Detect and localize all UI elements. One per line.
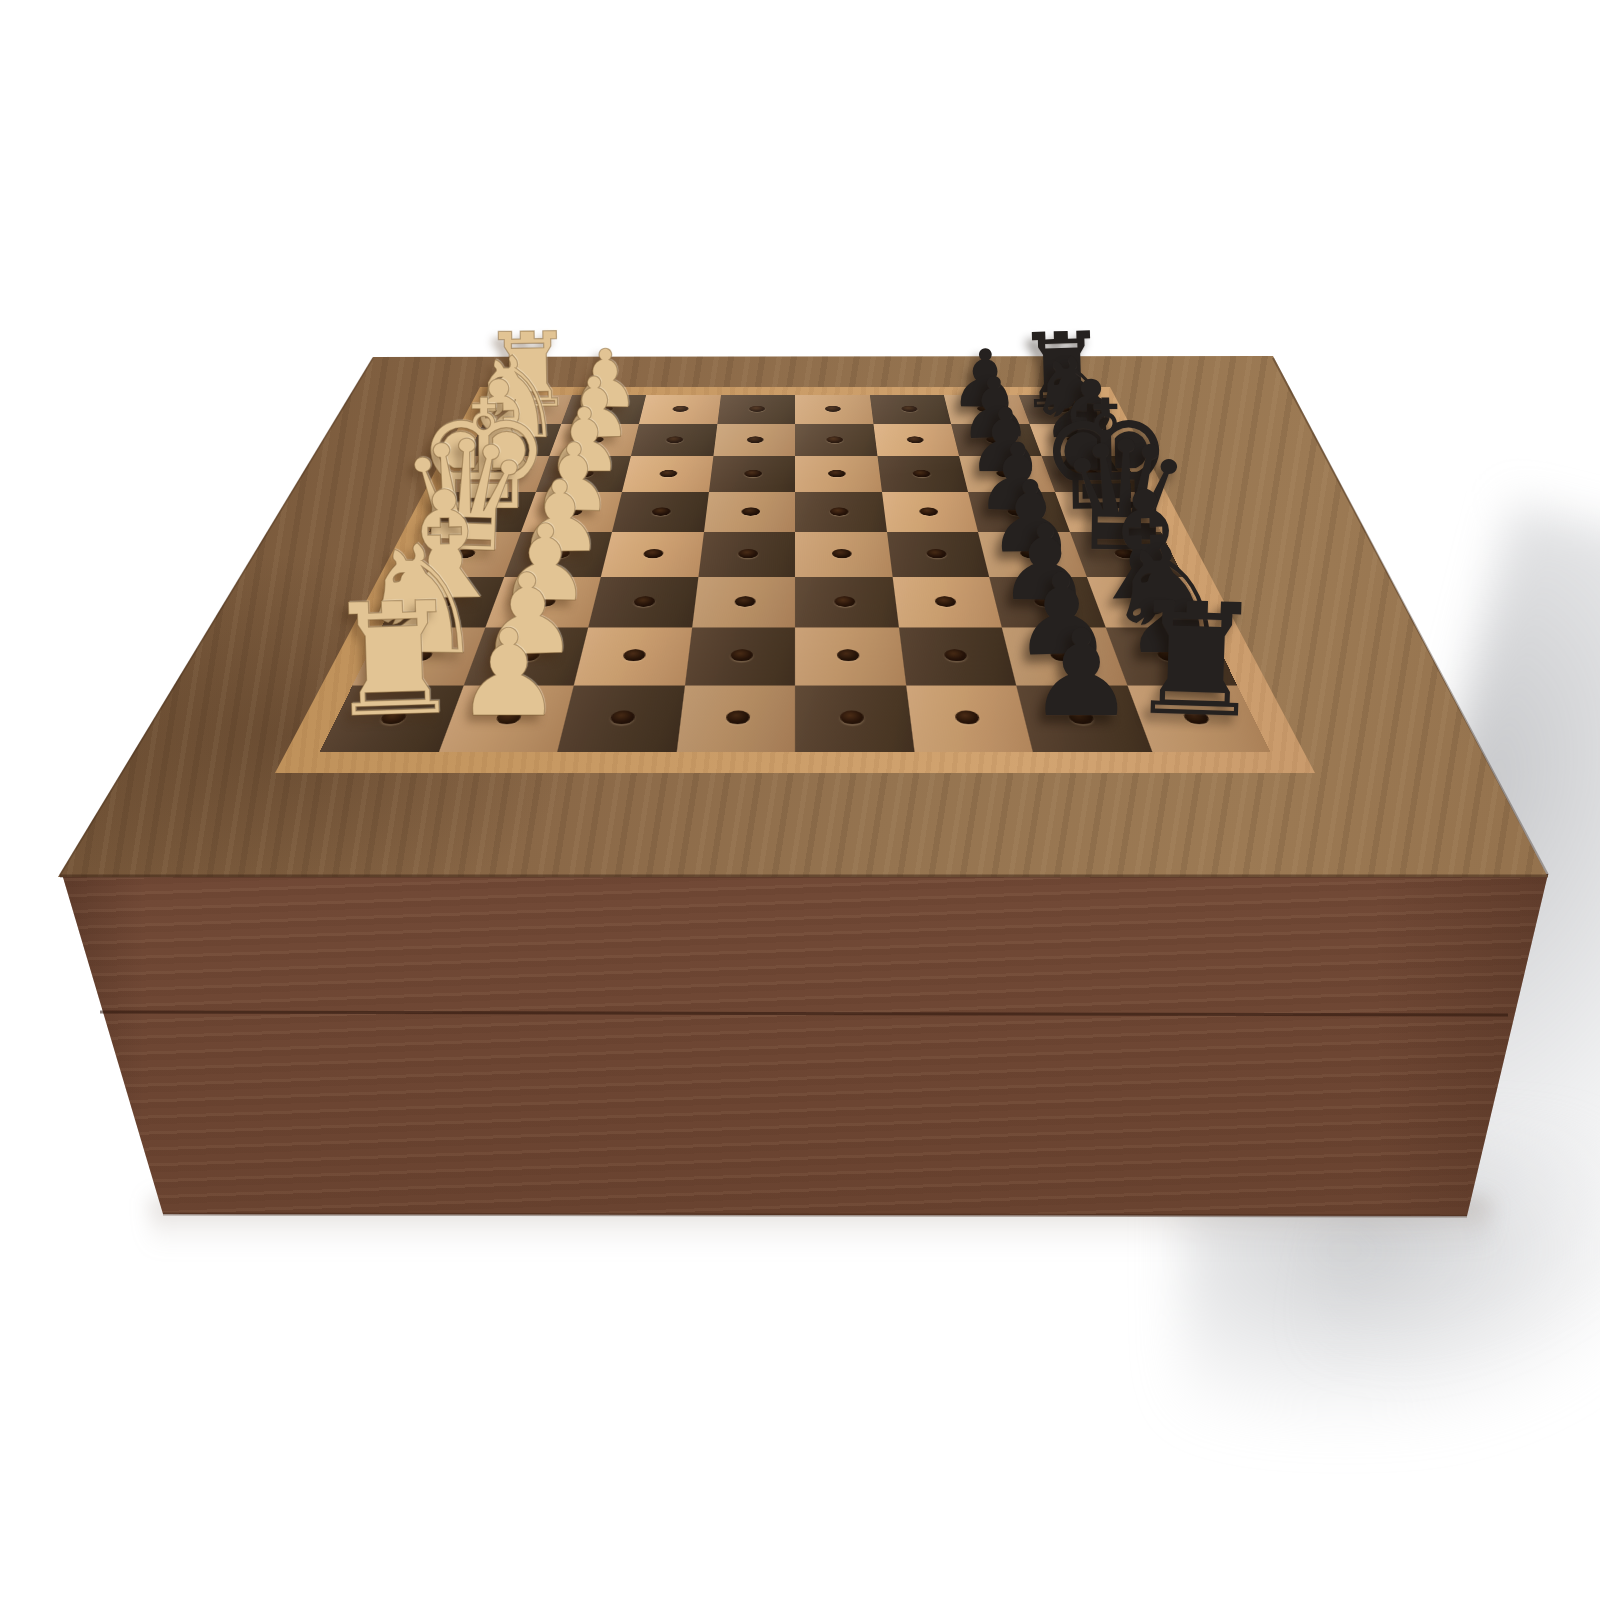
board-square — [684, 627, 795, 685]
board-square — [795, 424, 877, 456]
board-square — [561, 395, 646, 424]
board-square — [989, 577, 1105, 628]
board-square — [704, 492, 796, 532]
board-square — [549, 424, 639, 456]
board-square — [698, 532, 795, 577]
board-square — [795, 532, 892, 577]
board-square — [713, 424, 795, 456]
board-square — [574, 627, 692, 685]
board-square — [1018, 395, 1107, 424]
board-square — [463, 627, 588, 685]
board-square — [795, 685, 914, 751]
board-square — [877, 456, 968, 492]
board-square — [483, 395, 572, 424]
board-square — [906, 685, 1033, 751]
board-square — [622, 456, 713, 492]
board-square — [639, 395, 721, 424]
board-square — [795, 492, 887, 532]
board-square — [588, 577, 698, 628]
board-square — [485, 577, 601, 628]
board-square — [717, 395, 795, 424]
box-lid-top-face — [0, 0, 1600, 1600]
board-square — [1041, 456, 1141, 492]
board-square — [557, 685, 684, 751]
board-square — [887, 532, 990, 577]
board-square — [535, 456, 630, 492]
board-square — [676, 685, 795, 751]
board-square — [438, 685, 573, 751]
board-square — [869, 395, 951, 424]
board-square — [601, 532, 704, 577]
chess-box-photo: ♜♞♝♛♚♝♞♜♟♟♟♟♟♟♟♟♟♟♟♟♟♟♟♟♜♞♝♛♚♝♞♜ — [0, 0, 1600, 1600]
board-square — [873, 424, 959, 456]
board-square — [631, 424, 717, 456]
board-square — [959, 456, 1054, 492]
board-square — [708, 456, 795, 492]
board-square — [795, 456, 882, 492]
board-square — [449, 456, 549, 492]
board-square — [892, 577, 1002, 628]
board-square — [944, 395, 1029, 424]
board-square — [898, 627, 1016, 685]
board-square — [978, 532, 1086, 577]
board-square — [504, 532, 612, 577]
board-square — [429, 492, 535, 532]
board-square — [612, 492, 708, 532]
board-square — [951, 424, 1041, 456]
board-square — [692, 577, 795, 628]
board-square — [795, 395, 873, 424]
board-square — [521, 492, 622, 532]
board-square — [968, 492, 1069, 532]
board-square — [795, 627, 906, 685]
board-square — [882, 492, 978, 532]
board-square — [1029, 424, 1123, 456]
board-square — [467, 424, 561, 456]
board-square — [795, 577, 898, 628]
